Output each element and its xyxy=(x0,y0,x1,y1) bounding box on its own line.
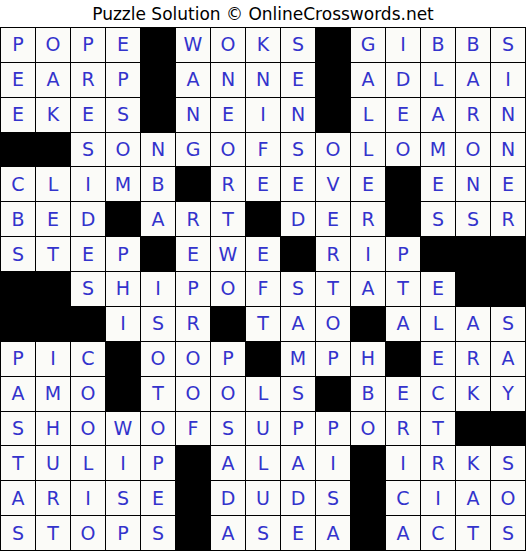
letter-cell-r3c13[interactable]: A xyxy=(421,98,455,132)
letter-cell-r2c4[interactable]: P xyxy=(106,63,140,97)
letter-cell-r13c2[interactable]: U xyxy=(36,446,70,480)
letter-cell-r5c7[interactable]: R xyxy=(211,167,245,201)
block-cell-r14c11 xyxy=(351,481,385,515)
letter-cell-r4c3[interactable]: S xyxy=(71,133,105,167)
letter-cell-r14c15[interactable]: O xyxy=(491,481,525,515)
letter-cell-r15c5[interactable]: S xyxy=(141,516,175,550)
letter-cell-r8c12[interactable]: T xyxy=(386,272,420,306)
letter-cell-r12c4[interactable]: W xyxy=(106,412,140,446)
letter-cell-r4c8[interactable]: F xyxy=(246,133,280,167)
letter-cell-r11c15[interactable]: Y xyxy=(491,377,525,411)
letter-cell-r15c13[interactable]: C xyxy=(421,516,455,550)
letter-cell-r2c2[interactable]: A xyxy=(36,63,70,97)
block-cell-r3c5 xyxy=(141,98,175,132)
letter-cell-r2c15[interactable]: I xyxy=(491,63,525,97)
letter-cell-r3c1[interactable]: E xyxy=(1,98,35,132)
block-cell-r9c1 xyxy=(1,307,35,341)
letter-cell-r7c6[interactable]: E xyxy=(176,237,210,271)
block-cell-r4c1 xyxy=(1,133,35,167)
letter-cell-r10c15[interactable]: A xyxy=(491,342,525,376)
block-cell-r15c6 xyxy=(176,516,210,550)
letter-cell-r13c9[interactable]: A xyxy=(281,446,315,480)
letter-cell-r13c1[interactable]: T xyxy=(1,446,35,480)
letter-cell-r15c7[interactable]: A xyxy=(211,516,245,550)
letter-cell-r11c11[interactable]: B xyxy=(351,377,385,411)
letter-cell-r1c3[interactable]: P xyxy=(71,28,105,62)
letter-cell-r15c12[interactable]: A xyxy=(386,516,420,550)
letter-cell-r11c12[interactable]: E xyxy=(386,377,420,411)
block-cell-r1c10 xyxy=(316,28,350,62)
letter-cell-r4c12[interactable]: O xyxy=(386,133,420,167)
letter-cell-r15c14[interactable]: T xyxy=(456,516,490,550)
block-cell-r4c2 xyxy=(36,133,70,167)
letter-cell-r5c10[interactable]: V xyxy=(316,167,350,201)
letter-cell-r8c3[interactable]: S xyxy=(71,272,105,306)
letter-cell-r11c5[interactable]: T xyxy=(141,377,175,411)
letter-cell-r4c15[interactable]: N xyxy=(491,133,525,167)
letter-cell-r2c14[interactable]: A xyxy=(456,63,490,97)
block-cell-r9c11 xyxy=(351,307,385,341)
letter-cell-r4c10[interactable]: O xyxy=(316,133,350,167)
letter-cell-r8c13[interactable]: E xyxy=(421,272,455,306)
letter-cell-r10c11[interactable]: H xyxy=(351,342,385,376)
block-cell-r6c4 xyxy=(106,202,140,236)
letter-cell-r5c1[interactable]: C xyxy=(1,167,35,201)
letter-cell-r3c8[interactable]: I xyxy=(246,98,280,132)
letter-cell-r14c10[interactable]: S xyxy=(316,481,350,515)
letter-cell-r12c10[interactable]: P xyxy=(316,412,350,446)
letter-cell-r11c7[interactable]: O xyxy=(211,377,245,411)
letter-cell-r14c1[interactable]: A xyxy=(1,481,35,515)
letter-cell-r6c10[interactable]: E xyxy=(316,202,350,236)
letter-cell-r5c13[interactable]: E xyxy=(421,167,455,201)
block-cell-r7c9 xyxy=(281,237,315,271)
letter-cell-r1c6[interactable]: W xyxy=(176,28,210,62)
letter-cell-r4c14[interactable]: O xyxy=(456,133,490,167)
letter-cell-r1c7[interactable]: O xyxy=(211,28,245,62)
letter-cell-r5c5[interactable]: B xyxy=(141,167,175,201)
letter-cell-r7c10[interactable]: R xyxy=(316,237,350,271)
letter-cell-r9c8[interactable]: T xyxy=(246,307,280,341)
letter-cell-r10c13[interactable]: E xyxy=(421,342,455,376)
letter-cell-r6c5[interactable]: A xyxy=(141,202,175,236)
letter-cell-r12c5[interactable]: O xyxy=(141,412,175,446)
block-cell-r8c2 xyxy=(36,272,70,306)
letter-cell-r10c3[interactable]: C xyxy=(71,342,105,376)
block-cell-r8c14 xyxy=(456,272,490,306)
letter-cell-r12c2[interactable]: H xyxy=(36,412,70,446)
letter-cell-r3c7[interactable]: E xyxy=(211,98,245,132)
letter-cell-r1c14[interactable]: B xyxy=(456,28,490,62)
letter-cell-r8c6[interactable]: P xyxy=(176,272,210,306)
letter-cell-r9c12[interactable]: A xyxy=(386,307,420,341)
block-cell-r7c5 xyxy=(141,237,175,271)
letter-cell-r11c14[interactable]: K xyxy=(456,377,490,411)
letter-cell-r5c9[interactable]: E xyxy=(281,167,315,201)
letter-cell-r4c13[interactable]: M xyxy=(421,133,455,167)
letter-cell-r8c4[interactable]: H xyxy=(106,272,140,306)
letter-cell-r10c10[interactable]: P xyxy=(316,342,350,376)
letter-cell-r2c13[interactable]: L xyxy=(421,63,455,97)
letter-cell-r1c15[interactable]: S xyxy=(491,28,525,62)
letter-cell-r14c2[interactable]: R xyxy=(36,481,70,515)
letter-cell-r14c12[interactable]: C xyxy=(386,481,420,515)
letter-cell-r14c8[interactable]: U xyxy=(246,481,280,515)
letter-cell-r10c7[interactable]: P xyxy=(211,342,245,376)
letter-cell-r5c4[interactable]: M xyxy=(106,167,140,201)
letter-cell-r5c8[interactable]: E xyxy=(246,167,280,201)
letter-cell-r11c8[interactable]: L xyxy=(246,377,280,411)
letter-cell-r5c14[interactable]: N xyxy=(456,167,490,201)
letter-cell-r2c1[interactable]: E xyxy=(1,63,35,97)
letter-cell-r7c12[interactable]: P xyxy=(386,237,420,271)
letter-cell-r12c13[interactable]: T xyxy=(421,412,455,446)
block-cell-r2c5 xyxy=(141,63,175,97)
letter-cell-r6c11[interactable]: R xyxy=(351,202,385,236)
letter-cell-r7c3[interactable]: E xyxy=(71,237,105,271)
letter-cell-r9c10[interactable]: O xyxy=(316,307,350,341)
letter-cell-r7c7[interactable]: W xyxy=(211,237,245,271)
block-cell-r8c15 xyxy=(491,272,525,306)
block-cell-r7c13 xyxy=(421,237,455,271)
block-cell-r1c5 xyxy=(141,28,175,62)
letter-cell-r2c11[interactable]: A xyxy=(351,63,385,97)
letter-cell-r13c4[interactable]: I xyxy=(106,446,140,480)
block-cell-r15c11 xyxy=(351,516,385,550)
letter-cell-r4c4[interactable]: O xyxy=(106,133,140,167)
letter-cell-r5c3[interactable]: I xyxy=(71,167,105,201)
letter-cell-r12c3[interactable]: O xyxy=(71,412,105,446)
block-cell-r12c15 xyxy=(491,412,525,446)
letter-cell-r3c4[interactable]: S xyxy=(106,98,140,132)
block-cell-r7c14 xyxy=(456,237,490,271)
letter-cell-r13c14[interactable]: K xyxy=(456,446,490,480)
letter-cell-r15c15[interactable]: S xyxy=(491,516,525,550)
block-cell-r3c10 xyxy=(316,98,350,132)
block-cell-r12c14 xyxy=(456,412,490,446)
letter-cell-r12c12[interactable]: R xyxy=(386,412,420,446)
block-cell-r9c3 xyxy=(71,307,105,341)
letter-cell-r7c4[interactable]: P xyxy=(106,237,140,271)
letter-cell-r8c11[interactable]: A xyxy=(351,272,385,306)
letter-cell-r1c1[interactable]: P xyxy=(1,28,35,62)
letter-cell-r2c7[interactable]: N xyxy=(211,63,245,97)
letter-cell-r6c9[interactable]: D xyxy=(281,202,315,236)
block-cell-r10c4 xyxy=(106,342,140,376)
letter-cell-r15c9[interactable]: E xyxy=(281,516,315,550)
letter-cell-r7c11[interactable]: I xyxy=(351,237,385,271)
letter-cell-r9c5[interactable]: S xyxy=(141,307,175,341)
letter-cell-r8c9[interactable]: S xyxy=(281,272,315,306)
block-cell-r13c6 xyxy=(176,446,210,480)
letter-cell-r9c6[interactable]: R xyxy=(176,307,210,341)
letter-cell-r6c3[interactable]: D xyxy=(71,202,105,236)
letter-cell-r3c11[interactable]: L xyxy=(351,98,385,132)
block-cell-r9c7 xyxy=(211,307,245,341)
letter-cell-r14c3[interactable]: I xyxy=(71,481,105,515)
letter-cell-r4c11[interactable]: L xyxy=(351,133,385,167)
letter-cell-r1c11[interactable]: G xyxy=(351,28,385,62)
letter-cell-r8c7[interactable]: O xyxy=(211,272,245,306)
page-title: Puzzle Solution © OnlineCrosswords.net xyxy=(0,0,526,27)
block-cell-r5c6 xyxy=(176,167,210,201)
letter-cell-r2c6[interactable]: A xyxy=(176,63,210,97)
letter-cell-r3c3[interactable]: E xyxy=(71,98,105,132)
letter-cell-r11c6[interactable]: O xyxy=(176,377,210,411)
letter-cell-r1c2[interactable]: O xyxy=(36,28,70,62)
letter-cell-r6c6[interactable]: R xyxy=(176,202,210,236)
letter-cell-r9c4[interactable]: I xyxy=(106,307,140,341)
letter-cell-r13c3[interactable]: L xyxy=(71,446,105,480)
letter-cell-r6c2[interactable]: E xyxy=(36,202,70,236)
letter-cell-r15c2[interactable]: T xyxy=(36,516,70,550)
block-cell-r10c12 xyxy=(386,342,420,376)
letter-cell-r11c13[interactable]: C xyxy=(421,377,455,411)
letter-cell-r12c11[interactable]: O xyxy=(351,412,385,446)
block-cell-r7c15 xyxy=(491,237,525,271)
letter-cell-r10c5[interactable]: O xyxy=(141,342,175,376)
letter-cell-r2c12[interactable]: D xyxy=(386,63,420,97)
letter-cell-r4c5[interactable]: N xyxy=(141,133,175,167)
letter-cell-r14c5[interactable]: E xyxy=(141,481,175,515)
letter-cell-r1c12[interactable]: I xyxy=(386,28,420,62)
letter-cell-r13c13[interactable]: R xyxy=(421,446,455,480)
block-cell-r6c12 xyxy=(386,202,420,236)
letter-cell-r3c14[interactable]: R xyxy=(456,98,490,132)
letter-cell-r6c1[interactable]: B xyxy=(1,202,35,236)
block-cell-r11c10 xyxy=(316,377,350,411)
letter-cell-r12c8[interactable]: U xyxy=(246,412,280,446)
letter-cell-r8c5[interactable]: I xyxy=(141,272,175,306)
letter-cell-r14c9[interactable]: D xyxy=(281,481,315,515)
letter-cell-r15c10[interactable]: A xyxy=(316,516,350,550)
letter-cell-r2c9[interactable]: E xyxy=(281,63,315,97)
letter-cell-r6c7[interactable]: T xyxy=(211,202,245,236)
letter-cell-r15c8[interactable]: S xyxy=(246,516,280,550)
letter-cell-r12c1[interactable]: S xyxy=(1,412,35,446)
block-cell-r10c8 xyxy=(246,342,280,376)
letter-cell-r7c2[interactable]: T xyxy=(36,237,70,271)
letter-cell-r1c13[interactable]: B xyxy=(421,28,455,62)
letter-cell-r15c3[interactable]: O xyxy=(71,516,105,550)
letter-cell-r12c7[interactable]: S xyxy=(211,412,245,446)
letter-cell-r9c9[interactable]: A xyxy=(281,307,315,341)
letter-cell-r5c15[interactable]: E xyxy=(491,167,525,201)
letter-cell-r11c1[interactable]: A xyxy=(1,377,35,411)
letter-cell-r10c6[interactable]: O xyxy=(176,342,210,376)
block-cell-r14c6 xyxy=(176,481,210,515)
letter-cell-r6c13[interactable]: S xyxy=(421,202,455,236)
letter-cell-r10c9[interactable]: M xyxy=(281,342,315,376)
letter-cell-r7c1[interactable]: S xyxy=(1,237,35,271)
block-cell-r5c12 xyxy=(386,167,420,201)
letter-cell-r14c7[interactable]: D xyxy=(211,481,245,515)
letter-cell-r11c9[interactable]: S xyxy=(281,377,315,411)
letter-cell-r2c8[interactable]: N xyxy=(246,63,280,97)
letter-cell-r1c9[interactable]: S xyxy=(281,28,315,62)
letter-cell-r3c6[interactable]: N xyxy=(176,98,210,132)
letter-cell-r12c9[interactable]: P xyxy=(281,412,315,446)
letter-cell-r12c6[interactable]: F xyxy=(176,412,210,446)
block-cell-r13c11 xyxy=(351,446,385,480)
letter-cell-r13c8[interactable]: L xyxy=(246,446,280,480)
letter-cell-r15c1[interactable]: S xyxy=(1,516,35,550)
letter-cell-r13c15[interactable]: S xyxy=(491,446,525,480)
block-cell-r11c4 xyxy=(106,377,140,411)
letter-cell-r9c13[interactable]: L xyxy=(421,307,455,341)
letter-cell-r14c13[interactable]: I xyxy=(421,481,455,515)
letter-cell-r11c2[interactable]: M xyxy=(36,377,70,411)
letter-cell-r14c4[interactable]: S xyxy=(106,481,140,515)
letter-cell-r8c10[interactable]: T xyxy=(316,272,350,306)
letter-cell-r6c15[interactable]: R xyxy=(491,202,525,236)
letter-cell-r13c12[interactable]: I xyxy=(386,446,420,480)
block-cell-r6c8 xyxy=(246,202,280,236)
letter-cell-r10c14[interactable]: R xyxy=(456,342,490,376)
block-cell-r2c10 xyxy=(316,63,350,97)
block-cell-r8c1 xyxy=(1,272,35,306)
letter-cell-r7c8[interactable]: E xyxy=(246,237,280,271)
letter-cell-r4c7[interactable]: O xyxy=(211,133,245,167)
letter-cell-r6c14[interactable]: S xyxy=(456,202,490,236)
letter-cell-r3c12[interactable]: E xyxy=(386,98,420,132)
letter-cell-r10c2[interactable]: I xyxy=(36,342,70,376)
letter-cell-r3c15[interactable]: N xyxy=(491,98,525,132)
letter-cell-r9c15[interactable]: S xyxy=(491,307,525,341)
letter-cell-r8c8[interactable]: F xyxy=(246,272,280,306)
letter-cell-r1c4[interactable]: E xyxy=(106,28,140,62)
block-cell-r9c2 xyxy=(36,307,70,341)
letter-cell-r13c10[interactable]: I xyxy=(316,446,350,480)
letter-cell-r5c11[interactable]: E xyxy=(351,167,385,201)
letter-cell-r1c8[interactable]: K xyxy=(246,28,280,62)
letter-cell-r4c6[interactable]: G xyxy=(176,133,210,167)
crossword-grid: POPEWOKSGIBBSEARPANNEADLAIEKESNEINLEARNS… xyxy=(0,27,526,551)
letter-cell-r13c7[interactable]: A xyxy=(211,446,245,480)
letter-cell-r2c3[interactable]: R xyxy=(71,63,105,97)
letter-cell-r9c14[interactable]: A xyxy=(456,307,490,341)
letter-cell-r5c2[interactable]: L xyxy=(36,167,70,201)
letter-cell-r3c9[interactable]: N xyxy=(281,98,315,132)
letter-cell-r3c2[interactable]: K xyxy=(36,98,70,132)
letter-cell-r15c4[interactable]: P xyxy=(106,516,140,550)
letter-cell-r14c14[interactable]: A xyxy=(456,481,490,515)
letter-cell-r13c5[interactable]: P xyxy=(141,446,175,480)
letter-cell-r4c9[interactable]: S xyxy=(281,133,315,167)
letter-cell-r10c1[interactable]: P xyxy=(1,342,35,376)
letter-cell-r11c3[interactable]: O xyxy=(71,377,105,411)
